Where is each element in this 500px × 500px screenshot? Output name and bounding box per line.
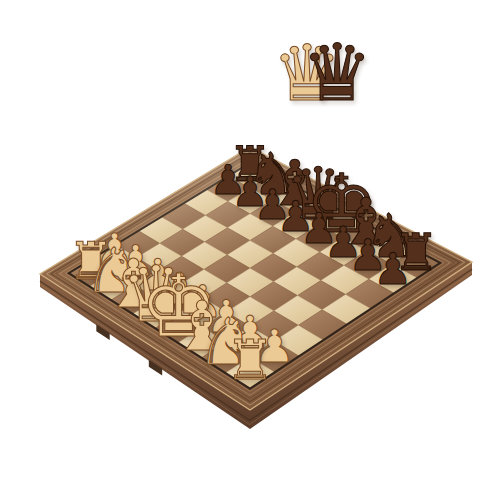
product-photo: ♜♞♝♛♚♝♞♜♟♟♟♟♟♟♟♟♟♟♟♟♟♟♟♟♜♞♝♛♚♝♞♜♛♛ — [0, 0, 500, 500]
chess-board — [0, 0, 500, 500]
light-sheen — [40, 147, 472, 410]
